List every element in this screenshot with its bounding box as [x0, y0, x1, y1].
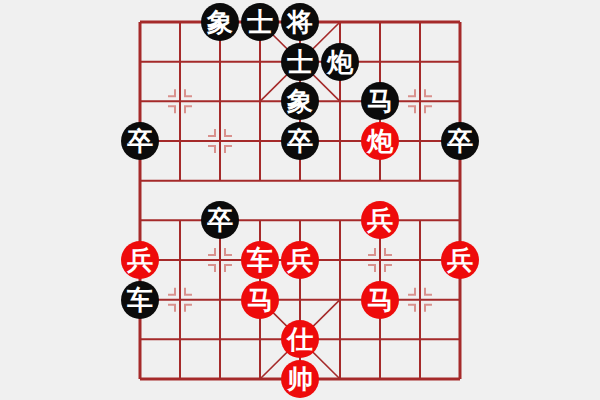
- piece-black-general[interactable]: 将: [281, 3, 319, 41]
- piece-red-soldier[interactable]: 兵: [441, 241, 479, 279]
- piece-black-cannon[interactable]: 炮: [321, 43, 359, 81]
- piece-black-chariot[interactable]: 车: [121, 281, 159, 319]
- piece-black-soldier[interactable]: 卒: [121, 122, 159, 160]
- piece-black-soldier[interactable]: 卒: [281, 122, 319, 160]
- piece-black-elephant[interactable]: 象: [281, 82, 319, 120]
- piece-red-soldier[interactable]: 兵: [361, 201, 399, 239]
- piece-black-horse[interactable]: 马: [361, 82, 399, 120]
- piece-red-horse[interactable]: 马: [241, 281, 279, 319]
- piece-red-soldier[interactable]: 兵: [281, 241, 319, 279]
- piece-red-cannon[interactable]: 炮: [361, 122, 399, 160]
- xiangqi-screen: 象士将士炮象马卒卒炮卒卒兵兵车兵兵车马马仕帅: [0, 0, 600, 400]
- piece-red-soldier[interactable]: 兵: [121, 241, 159, 279]
- piece-black-advisor[interactable]: 士: [281, 43, 319, 81]
- piece-black-soldier[interactable]: 卒: [441, 122, 479, 160]
- piece-red-horse[interactable]: 马: [361, 281, 399, 319]
- piece-red-advisor[interactable]: 仕: [281, 320, 319, 358]
- board-intersections: 象士将士炮象马卒卒炮卒卒兵兵车兵兵车马马仕帅: [120, 2, 480, 399]
- piece-black-advisor[interactable]: 士: [241, 3, 279, 41]
- piece-red-chariot[interactable]: 车: [241, 241, 279, 279]
- piece-black-elephant[interactable]: 象: [201, 3, 239, 41]
- piece-red-general[interactable]: 帅: [281, 360, 319, 398]
- piece-black-soldier[interactable]: 卒: [201, 201, 239, 239]
